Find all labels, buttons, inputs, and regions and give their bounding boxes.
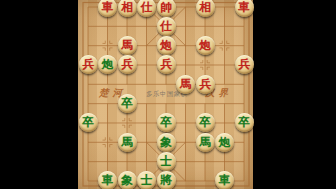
piece-red-advisor[interactable]: 仕	[157, 17, 176, 36]
piece-glyph: 炮	[102, 55, 114, 74]
piece-glyph: 炮	[199, 36, 211, 55]
piece-glyph: 兵	[199, 74, 211, 93]
piece-black-cannon[interactable]: 炮	[215, 133, 234, 152]
piece-red-horse[interactable]: 馬	[176, 75, 195, 94]
piece-glyph: 相	[199, 0, 211, 16]
piece-glyph: 卒	[199, 113, 211, 132]
piece-glyph: 兵	[121, 55, 133, 74]
piece-glyph: 帥	[160, 0, 172, 16]
piece-red-soldier[interactable]: 兵	[235, 55, 254, 74]
piece-glyph: 相	[121, 0, 133, 16]
piece-red-general[interactable]: 帥	[157, 0, 176, 17]
piece-black-general[interactable]: 將	[157, 171, 176, 189]
piece-black-horse[interactable]: 馬	[118, 133, 137, 152]
video-frame: 楚河 汉界 多乐中国象棋 車相仕帥相車仕馬炮炮兵兵兵兵馬兵炮卒卒卒卒卒馬象馬炮士…	[0, 0, 336, 189]
piece-red-elephant[interactable]: 相	[196, 0, 215, 17]
piece-red-chariot[interactable]: 車	[98, 0, 117, 17]
piece-red-cannon[interactable]: 炮	[196, 36, 215, 55]
piece-glyph: 兵	[82, 55, 94, 74]
piece-red-horse[interactable]: 馬	[118, 36, 137, 55]
piece-black-advisor[interactable]: 士	[157, 152, 176, 171]
piece-glyph: 士	[160, 152, 172, 171]
piece-black-chariot[interactable]: 車	[98, 171, 117, 189]
piece-glyph: 將	[160, 171, 172, 189]
piece-glyph: 仕	[141, 0, 153, 16]
piece-red-soldier[interactable]: 兵	[79, 55, 98, 74]
piece-red-cannon[interactable]: 炮	[157, 36, 176, 55]
piece-red-soldier[interactable]: 兵	[118, 55, 137, 74]
piece-red-elephant[interactable]: 相	[118, 0, 137, 17]
piece-red-advisor[interactable]: 仕	[137, 0, 156, 17]
piece-glyph: 車	[102, 171, 114, 189]
letterbox-right	[253, 0, 336, 189]
letterbox-left	[0, 0, 78, 189]
piece-glyph: 車	[102, 0, 114, 16]
xiangqi-board[interactable]: 楚河 汉界 多乐中国象棋 車相仕帥相車仕馬炮炮兵兵兵兵馬兵炮卒卒卒卒卒馬象馬炮士…	[78, 0, 253, 189]
piece-red-chariot[interactable]: 車	[235, 0, 254, 17]
piece-glyph: 馬	[199, 132, 211, 151]
piece-glyph: 象	[121, 171, 133, 189]
piece-black-chariot[interactable]: 車	[215, 171, 234, 189]
piece-black-horse[interactable]: 馬	[196, 133, 215, 152]
piece-glyph: 卒	[160, 113, 172, 132]
piece-glyph: 馬	[121, 36, 133, 55]
piece-black-soldier[interactable]: 卒	[235, 113, 254, 132]
piece-black-soldier[interactable]: 卒	[196, 113, 215, 132]
piece-glyph: 馬	[180, 74, 192, 93]
piece-glyph: 卒	[238, 113, 250, 132]
piece-red-soldier[interactable]: 兵	[196, 75, 215, 94]
piece-glyph: 車	[219, 171, 231, 189]
piece-glyph: 兵	[238, 55, 250, 74]
piece-glyph: 馬	[121, 132, 133, 151]
piece-black-elephant[interactable]: 象	[118, 171, 137, 189]
piece-black-soldier[interactable]: 卒	[118, 94, 137, 113]
piece-glyph: 炮	[160, 36, 172, 55]
piece-black-elephant[interactable]: 象	[157, 133, 176, 152]
piece-black-soldier[interactable]: 卒	[157, 113, 176, 132]
piece-glyph: 仕	[160, 16, 172, 35]
piece-glyph: 車	[238, 0, 250, 16]
piece-glyph: 象	[160, 132, 172, 151]
piece-black-advisor[interactable]: 士	[137, 171, 156, 189]
piece-glyph: 士	[141, 171, 153, 189]
piece-black-soldier[interactable]: 卒	[79, 113, 98, 132]
piece-glyph: 兵	[160, 55, 172, 74]
piece-red-soldier[interactable]: 兵	[157, 55, 176, 74]
piece-glyph: 卒	[121, 94, 133, 113]
piece-glyph: 炮	[219, 132, 231, 151]
piece-glyph: 卒	[82, 113, 94, 132]
